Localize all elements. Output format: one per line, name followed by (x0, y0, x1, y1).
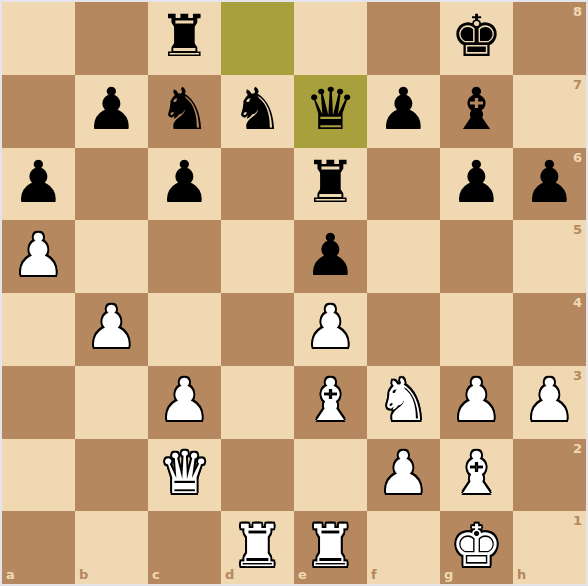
square-c7[interactable]: ♞ (148, 75, 221, 148)
square-f2[interactable]: ♟ (367, 439, 440, 512)
piece-white-pawn[interactable]: ♟ (378, 444, 430, 502)
piece-white-knight[interactable]: ♞ (378, 371, 430, 429)
square-c1[interactable]: c (148, 511, 221, 584)
piece-white-bishop[interactable]: ♝ (305, 371, 357, 429)
square-g8[interactable]: ♚ (440, 2, 513, 75)
square-a7[interactable] (2, 75, 75, 148)
square-d2[interactable] (221, 439, 294, 512)
square-c4[interactable] (148, 293, 221, 366)
piece-black-knight[interactable]: ♞ (232, 80, 284, 138)
piece-white-pawn[interactable]: ♟ (305, 298, 357, 356)
rank-label-8: 8 (573, 5, 582, 18)
square-b6[interactable] (75, 148, 148, 221)
square-h7[interactable]: 7 (513, 75, 586, 148)
square-h5[interactable]: 5 (513, 220, 586, 293)
piece-white-queen[interactable]: ♛ (159, 444, 211, 502)
square-h4[interactable]: 4 (513, 293, 586, 366)
square-f6[interactable] (367, 148, 440, 221)
piece-white-pawn[interactable]: ♟ (13, 226, 65, 284)
square-d1[interactable]: ♜d (221, 511, 294, 584)
square-f4[interactable] (367, 293, 440, 366)
piece-white-pawn[interactable]: ♟ (86, 298, 138, 356)
square-h1[interactable]: 1h (513, 511, 586, 584)
square-h2[interactable]: 2 (513, 439, 586, 512)
square-d3[interactable] (221, 366, 294, 439)
file-label-h: h (517, 568, 526, 581)
square-b8[interactable] (75, 2, 148, 75)
square-d7[interactable]: ♞ (221, 75, 294, 148)
square-b2[interactable] (75, 439, 148, 512)
square-g3[interactable]: ♟ (440, 366, 513, 439)
square-e2[interactable] (294, 439, 367, 512)
rank-label-3: 3 (573, 369, 582, 382)
square-d6[interactable] (221, 148, 294, 221)
piece-white-pawn[interactable]: ♟ (451, 371, 503, 429)
piece-black-pawn[interactable]: ♟ (524, 153, 576, 211)
piece-black-pawn[interactable]: ♟ (305, 226, 357, 284)
square-e4[interactable]: ♟ (294, 293, 367, 366)
piece-black-pawn[interactable]: ♟ (451, 153, 503, 211)
rank-label-6: 6 (573, 151, 582, 164)
file-label-b: b (79, 568, 88, 581)
rank-label-4: 4 (573, 296, 582, 309)
piece-black-pawn[interactable]: ♟ (378, 80, 430, 138)
square-g6[interactable]: ♟ (440, 148, 513, 221)
square-g7[interactable]: ♝ (440, 75, 513, 148)
square-h6[interactable]: ♟6 (513, 148, 586, 221)
file-label-d: d (225, 568, 234, 581)
square-b3[interactable] (75, 366, 148, 439)
chess-board: ♜♚8♟♞♞♛♟♝7♟♟♜♟♟6♟♟5♟♟4♟♝♞♟♟3♛♟♝2abc♜d♜ef… (2, 2, 586, 584)
piece-white-pawn[interactable]: ♟ (524, 371, 576, 429)
file-label-g: g (444, 568, 453, 581)
square-g1[interactable]: ♚g (440, 511, 513, 584)
square-d5[interactable] (221, 220, 294, 293)
piece-black-king[interactable]: ♚ (451, 7, 503, 65)
square-a8[interactable] (2, 2, 75, 75)
square-b4[interactable]: ♟ (75, 293, 148, 366)
square-c2[interactable]: ♛ (148, 439, 221, 512)
square-g5[interactable] (440, 220, 513, 293)
square-g4[interactable] (440, 293, 513, 366)
file-label-a: a (6, 568, 15, 581)
file-label-c: c (152, 568, 160, 581)
piece-white-king[interactable]: ♚ (451, 517, 503, 575)
square-e6[interactable]: ♜ (294, 148, 367, 221)
square-e7[interactable]: ♛ (294, 75, 367, 148)
square-f3[interactable]: ♞ (367, 366, 440, 439)
square-f8[interactable] (367, 2, 440, 75)
square-g2[interactable]: ♝ (440, 439, 513, 512)
square-f7[interactable]: ♟ (367, 75, 440, 148)
piece-black-pawn[interactable]: ♟ (86, 80, 138, 138)
file-label-e: e (298, 568, 307, 581)
piece-black-queen[interactable]: ♛ (305, 80, 357, 138)
square-c5[interactable] (148, 220, 221, 293)
square-e5[interactable]: ♟ (294, 220, 367, 293)
piece-black-pawn[interactable]: ♟ (13, 153, 65, 211)
piece-black-knight[interactable]: ♞ (159, 80, 211, 138)
rank-label-5: 5 (573, 223, 582, 236)
square-e3[interactable]: ♝ (294, 366, 367, 439)
square-b7[interactable]: ♟ (75, 75, 148, 148)
square-a5[interactable]: ♟ (2, 220, 75, 293)
file-label-f: f (371, 568, 377, 581)
square-f1[interactable]: f (367, 511, 440, 584)
square-b5[interactable] (75, 220, 148, 293)
piece-white-rook[interactable]: ♜ (232, 517, 284, 575)
square-a4[interactable] (2, 293, 75, 366)
rank-label-1: 1 (573, 514, 582, 527)
piece-black-pawn[interactable]: ♟ (159, 153, 211, 211)
square-b1[interactable]: b (75, 511, 148, 584)
square-d4[interactable] (221, 293, 294, 366)
rank-label-2: 2 (573, 442, 582, 455)
rank-label-7: 7 (573, 78, 582, 91)
square-c8[interactable]: ♜ (148, 2, 221, 75)
piece-black-bishop[interactable]: ♝ (451, 80, 503, 138)
square-f5[interactable] (367, 220, 440, 293)
square-d8[interactable] (221, 2, 294, 75)
piece-white-bishop[interactable]: ♝ (451, 444, 503, 502)
square-e1[interactable]: ♜e (294, 511, 367, 584)
square-h8[interactable]: 8 (513, 2, 586, 75)
piece-black-rook[interactable]: ♜ (305, 153, 357, 211)
piece-white-pawn[interactable]: ♟ (159, 371, 211, 429)
square-a2[interactable] (2, 439, 75, 512)
board-frame: ♜♚8♟♞♞♛♟♝7♟♟♜♟♟6♟♟5♟♟4♟♝♞♟♟3♛♟♝2abc♜d♜ef… (0, 0, 588, 586)
square-c3[interactable]: ♟ (148, 366, 221, 439)
square-a3[interactable] (2, 366, 75, 439)
square-a1[interactable]: a (2, 511, 75, 584)
square-a6[interactable]: ♟ (2, 148, 75, 221)
square-e8[interactable] (294, 2, 367, 75)
piece-black-rook[interactable]: ♜ (159, 7, 211, 65)
piece-white-rook[interactable]: ♜ (305, 517, 357, 575)
square-h3[interactable]: ♟3 (513, 366, 586, 439)
square-c6[interactable]: ♟ (148, 148, 221, 221)
